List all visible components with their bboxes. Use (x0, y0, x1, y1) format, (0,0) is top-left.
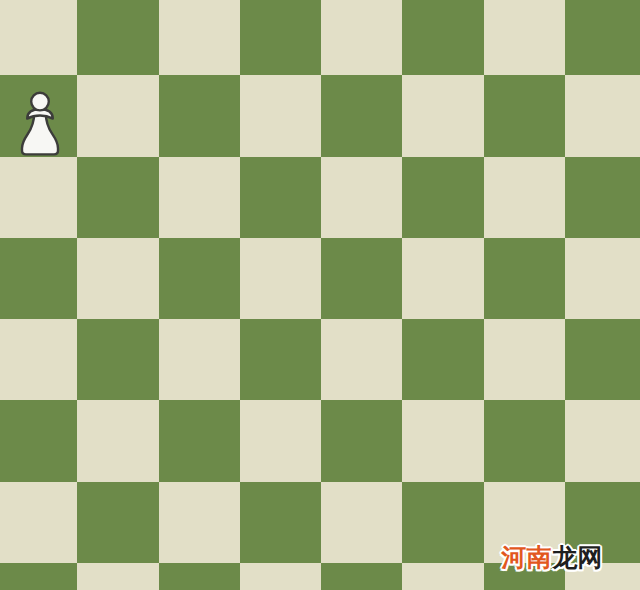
square-f3[interactable] (402, 400, 483, 481)
square-g8[interactable] (484, 0, 565, 75)
square-c4[interactable] (159, 319, 240, 400)
square-c8[interactable] (159, 0, 240, 75)
square-a2[interactable] (0, 482, 77, 563)
square-h5[interactable] (565, 238, 640, 319)
square-c6[interactable] (159, 157, 240, 238)
square-c1[interactable] (159, 563, 240, 590)
square-b4[interactable] (77, 319, 158, 400)
chess-board-viewport: 河南龙网 (0, 0, 640, 590)
square-e5[interactable] (321, 238, 402, 319)
square-h3[interactable] (565, 400, 640, 481)
square-g6[interactable] (484, 157, 565, 238)
square-f5[interactable] (402, 238, 483, 319)
square-b7[interactable] (77, 75, 158, 156)
square-a6[interactable] (0, 157, 77, 238)
square-a1[interactable] (0, 563, 77, 590)
square-a8[interactable] (0, 0, 77, 75)
square-c7[interactable] (159, 75, 240, 156)
square-a4[interactable] (0, 319, 77, 400)
square-d4[interactable] (240, 319, 321, 400)
white-pawn-icon (17, 91, 63, 157)
square-d1[interactable] (240, 563, 321, 590)
square-d6[interactable] (240, 157, 321, 238)
square-e3[interactable] (321, 400, 402, 481)
square-d8[interactable] (240, 0, 321, 75)
square-f1[interactable] (402, 563, 483, 590)
square-e7[interactable] (321, 75, 402, 156)
site-watermark: 河南龙网 (501, 541, 603, 574)
square-h8[interactable] (565, 0, 640, 75)
square-a3[interactable] (0, 400, 77, 481)
square-e4[interactable] (321, 319, 402, 400)
square-h4[interactable] (565, 319, 640, 400)
square-h7[interactable] (565, 75, 640, 156)
square-g4[interactable] (484, 319, 565, 400)
square-c3[interactable] (159, 400, 240, 481)
square-g3[interactable] (484, 400, 565, 481)
square-f7[interactable] (402, 75, 483, 156)
square-c2[interactable] (159, 482, 240, 563)
square-d3[interactable] (240, 400, 321, 481)
square-f6[interactable] (402, 157, 483, 238)
square-b1[interactable] (77, 563, 158, 590)
square-e1[interactable] (321, 563, 402, 590)
square-d5[interactable] (240, 238, 321, 319)
square-b3[interactable] (77, 400, 158, 481)
watermark-text-secondary: 龙网 (552, 543, 603, 571)
square-b5[interactable] (77, 238, 158, 319)
square-e6[interactable] (321, 157, 402, 238)
square-e2[interactable] (321, 482, 402, 563)
square-d7[interactable] (240, 75, 321, 156)
watermark-text-primary: 河南 (501, 543, 552, 571)
square-b6[interactable] (77, 157, 158, 238)
square-c5[interactable] (159, 238, 240, 319)
square-e8[interactable] (321, 0, 402, 75)
square-b2[interactable] (77, 482, 158, 563)
square-a5[interactable] (0, 238, 77, 319)
square-f4[interactable] (402, 319, 483, 400)
square-h6[interactable] (565, 157, 640, 238)
square-f2[interactable] (402, 482, 483, 563)
square-b8[interactable] (77, 0, 158, 75)
square-d2[interactable] (240, 482, 321, 563)
chess-board (0, 0, 640, 590)
square-f8[interactable] (402, 0, 483, 75)
square-g7[interactable] (484, 75, 565, 156)
white-pawn-a7[interactable] (17, 91, 63, 157)
square-g5[interactable] (484, 238, 565, 319)
